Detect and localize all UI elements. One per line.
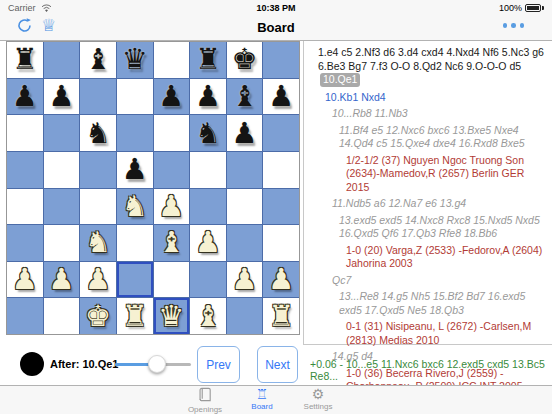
slider-thumb[interactable] bbox=[148, 355, 166, 373]
square-g6[interactable]: ♟ bbox=[227, 115, 263, 151]
white-pawn-h2[interactable]: ♟ bbox=[268, 262, 294, 297]
variation-line[interactable]: 13...Re8 14.g5 Nh5 15.Bf2 Bd7 16.exd5 ex… bbox=[339, 290, 546, 317]
black-knight-f6[interactable]: ♞ bbox=[195, 116, 221, 151]
square-c6[interactable]: ♞ bbox=[80, 115, 116, 151]
square-g2[interactable]: ♟ bbox=[227, 262, 263, 298]
square-c8[interactable]: ♝ bbox=[80, 42, 116, 78]
game-reference[interactable]: 0-1 (31) Nisipeanu, L (2672) -Carlsen,M … bbox=[346, 320, 546, 347]
square-h5[interactable] bbox=[263, 152, 299, 188]
square-c5[interactable] bbox=[80, 152, 116, 188]
black-rook-f8[interactable]: ♜ bbox=[195, 42, 221, 77]
variation-line[interactable]: 10.Kb1 Nxd4 bbox=[325, 91, 546, 105]
square-b3[interactable] bbox=[44, 225, 80, 261]
black-pawn-d5[interactable]: ♟ bbox=[122, 152, 148, 187]
square-h4[interactable] bbox=[263, 189, 299, 225]
square-h8[interactable] bbox=[263, 42, 299, 78]
panel-divider bbox=[303, 41, 304, 344]
square-c7[interactable] bbox=[80, 79, 116, 115]
game-reference[interactable]: 1/2-1/2 (37) Nguyen Ngoc Truong Son (263… bbox=[346, 154, 546, 195]
tab-settings-label: Settings bbox=[290, 402, 346, 411]
square-d3[interactable] bbox=[117, 225, 153, 261]
white-rook-h1[interactable]: ♜ bbox=[268, 299, 294, 334]
battery-indicator: 100% bbox=[499, 3, 544, 13]
black-pawn-b7[interactable]: ♟ bbox=[48, 79, 74, 114]
square-b7[interactable]: ♟ bbox=[44, 79, 80, 115]
next-button[interactable]: Next bbox=[257, 346, 298, 383]
black-knight-c6[interactable]: ♞ bbox=[85, 116, 111, 151]
variation-line[interactable]: Qc7 bbox=[332, 274, 546, 288]
black-pawn-a7[interactable]: ♟ bbox=[12, 79, 38, 114]
white-pawn-f3[interactable]: ♟ bbox=[195, 225, 221, 260]
black-king-g8[interactable]: ♚ bbox=[232, 42, 258, 77]
main-line-moves[interactable]: 1.e4 c5 2.Nf3 d6 3.d4 cxd4 4.Nxd4 Nf6 5.… bbox=[318, 46, 544, 72]
white-bishop-f1[interactable]: ♝ bbox=[195, 299, 221, 334]
tab-board-label: Board bbox=[234, 402, 290, 411]
page-title: Board bbox=[0, 20, 552, 35]
square-d7[interactable] bbox=[117, 79, 153, 115]
square-d2[interactable] bbox=[117, 262, 153, 298]
white-pawn-b2[interactable]: ♟ bbox=[48, 262, 74, 297]
square-e5[interactable] bbox=[154, 152, 190, 188]
after-move-label: After: 10.Qe1 bbox=[50, 358, 118, 370]
chess-app-screen: Carrier 10:38 PM 100% Board ♕ bbox=[0, 0, 552, 414]
prev-button[interactable]: Prev bbox=[197, 346, 240, 383]
black-pawn-g6[interactable]: ♟ bbox=[232, 116, 258, 151]
square-b6[interactable] bbox=[44, 115, 80, 151]
square-g7[interactable]: ♝ bbox=[227, 79, 263, 115]
square-b2[interactable]: ♟ bbox=[44, 262, 80, 298]
white-pawn-e4[interactable]: ♟ bbox=[158, 189, 184, 224]
tab-board[interactable]: ♖ Board bbox=[234, 387, 290, 411]
white-pawn-g2[interactable]: ♟ bbox=[232, 262, 258, 297]
book-icon bbox=[177, 387, 233, 405]
side-to-move-indicator bbox=[20, 352, 44, 376]
square-g4[interactable] bbox=[227, 189, 263, 225]
square-f5[interactable] bbox=[190, 152, 226, 188]
black-queen-d8[interactable]: ♛ bbox=[122, 42, 148, 77]
square-a4[interactable] bbox=[7, 189, 43, 225]
white-bishop-e3[interactable]: ♝ bbox=[158, 225, 184, 260]
battery-percent: 100% bbox=[499, 3, 522, 13]
tab-openings[interactable]: Openings bbox=[177, 387, 233, 414]
game-reference[interactable]: 1-0 (20) Varga,Z (2533) -Fedorov,A (2604… bbox=[346, 244, 546, 271]
square-e3[interactable]: ♝ bbox=[154, 225, 190, 261]
square-d8[interactable]: ♛ bbox=[117, 42, 153, 78]
status-bar: Carrier 10:38 PM 100% bbox=[0, 0, 552, 15]
crown-icon[interactable]: ♕ bbox=[41, 15, 56, 35]
square-c4[interactable] bbox=[80, 189, 116, 225]
white-king-c1[interactable]: ♚ bbox=[85, 299, 111, 334]
square-f1[interactable]: ♝ bbox=[190, 298, 226, 334]
square-a8[interactable]: ♜ bbox=[7, 42, 43, 78]
square-c1[interactable]: ♚ bbox=[80, 298, 116, 334]
square-d6[interactable] bbox=[117, 115, 153, 151]
white-rook-d1[interactable]: ♜ bbox=[122, 299, 148, 334]
chess-board: ♜♝♛♜♚♟♟♟♟♝♟♞♞♟♟♞♟♞♝♟♟♟♟♟♟♚♜♛♝♜ bbox=[7, 42, 299, 334]
square-b5[interactable] bbox=[44, 152, 80, 188]
square-c2[interactable]: ♟ bbox=[80, 262, 116, 298]
square-e6[interactable] bbox=[154, 115, 190, 151]
square-d4[interactable]: ♞ bbox=[117, 189, 153, 225]
square-h3[interactable] bbox=[263, 225, 299, 261]
square-e1[interactable]: ♛ bbox=[154, 298, 190, 334]
square-f3[interactable]: ♟ bbox=[190, 225, 226, 261]
square-d5[interactable]: ♟ bbox=[117, 152, 153, 188]
black-pawn-e7[interactable]: ♟ bbox=[158, 79, 184, 114]
square-d1[interactable]: ♜ bbox=[117, 298, 153, 334]
square-f7[interactable]: ♟ bbox=[190, 79, 226, 115]
square-a3[interactable] bbox=[7, 225, 43, 261]
more-icon[interactable] bbox=[503, 23, 525, 28]
white-knight-d4[interactable]: ♞ bbox=[122, 189, 148, 224]
clock: 10:38 PM bbox=[0, 3, 552, 13]
rook-icon: ♖ bbox=[234, 387, 290, 402]
square-a7[interactable]: ♟ bbox=[7, 79, 43, 115]
black-rook-a8[interactable]: ♜ bbox=[12, 42, 38, 77]
white-knight-c3[interactable]: ♞ bbox=[85, 225, 111, 260]
engine-evaluation: +0.06 - 10...e5 11.Nxc6 bxc6 12.exd5 cxd… bbox=[310, 358, 550, 382]
black-pawn-f7[interactable]: ♟ bbox=[195, 79, 221, 114]
square-g1[interactable] bbox=[227, 298, 263, 334]
battery-icon bbox=[525, 4, 541, 12]
square-f2[interactable] bbox=[190, 262, 226, 298]
square-h7[interactable]: ♟ bbox=[263, 79, 299, 115]
black-pawn-h7[interactable]: ♟ bbox=[268, 79, 294, 114]
header: Carrier 10:38 PM 100% Board ♕ bbox=[0, 0, 552, 41]
square-f6[interactable]: ♞ bbox=[190, 115, 226, 151]
white-queen-e1[interactable]: ♛ bbox=[158, 299, 184, 334]
square-h6[interactable] bbox=[263, 115, 299, 151]
square-e7[interactable]: ♟ bbox=[154, 79, 190, 115]
white-pawn-a2[interactable]: ♟ bbox=[12, 262, 38, 297]
board-frame: ♜♝♛♜♚♟♟♟♟♝♟♞♞♟♟♞♟♞♝♟♟♟♟♟♟♚♜♛♝♜ bbox=[6, 41, 300, 335]
square-a2[interactable]: ♟ bbox=[7, 262, 43, 298]
square-c3[interactable]: ♞ bbox=[80, 225, 116, 261]
square-b8[interactable] bbox=[44, 42, 80, 78]
square-a6[interactable] bbox=[7, 115, 43, 151]
square-a5[interactable] bbox=[7, 152, 43, 188]
square-g3[interactable] bbox=[227, 225, 263, 261]
square-f4[interactable] bbox=[190, 189, 226, 225]
main-line[interactable]: 1.e4 c5 2.Nf3 d6 3.d4 cxd4 4.Nxd4 Nf6 5.… bbox=[318, 46, 546, 87]
square-a1[interactable] bbox=[7, 298, 43, 334]
variation-line[interactable]: 11.Ndb5 a6 12.Na7 e6 13.g4 bbox=[332, 197, 546, 211]
white-pawn-c2[interactable]: ♟ bbox=[85, 262, 111, 297]
variation-line[interactable]: 10...Rb8 11.Nb3 bbox=[332, 107, 546, 121]
square-e8[interactable] bbox=[154, 42, 190, 78]
tab-openings-label: Openings bbox=[177, 405, 233, 414]
black-bishop-g7[interactable]: ♝ bbox=[232, 79, 258, 114]
square-f8[interactable]: ♜ bbox=[190, 42, 226, 78]
square-e2[interactable] bbox=[154, 262, 190, 298]
tab-settings[interactable]: ⚙ Settings bbox=[290, 387, 346, 411]
current-move-chip[interactable]: 10.Qe1 bbox=[320, 73, 360, 87]
square-g5[interactable] bbox=[227, 152, 263, 188]
square-g8[interactable]: ♚ bbox=[227, 42, 263, 78]
variation-line[interactable]: 13.exd5 exd5 14.Nxc8 Rxc8 15.Nxd5 Nxd5 1… bbox=[339, 214, 546, 241]
black-bishop-c8[interactable]: ♝ bbox=[85, 42, 111, 77]
refresh-icon[interactable] bbox=[16, 17, 33, 38]
square-b4[interactable] bbox=[44, 189, 80, 225]
variation-line[interactable]: 11.Bf4 e5 12.Nxc6 bxc6 13.Bxe5 Nxe4 14.Q… bbox=[339, 124, 546, 151]
square-h1[interactable]: ♜ bbox=[263, 298, 299, 334]
gear-icon: ⚙ bbox=[290, 387, 346, 402]
move-slider[interactable] bbox=[115, 354, 191, 374]
square-e4[interactable]: ♟ bbox=[154, 189, 190, 225]
square-h2[interactable]: ♟ bbox=[263, 262, 299, 298]
square-b1[interactable] bbox=[44, 298, 80, 334]
